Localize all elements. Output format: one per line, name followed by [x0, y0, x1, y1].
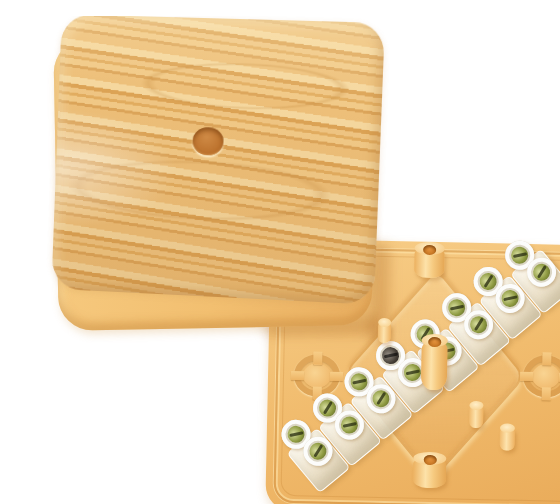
screw-boss-top [414, 248, 445, 279]
support-peg [499, 427, 514, 450]
knockout-rib [520, 371, 533, 380]
screw-boss-middle [421, 340, 448, 391]
terminal-screw [530, 260, 554, 284]
knockout-rib [541, 387, 550, 400]
screw-boss-bottom [413, 458, 447, 489]
terminal-screw [306, 439, 330, 463]
knockout-rib [542, 352, 551, 365]
terminal-screw [369, 387, 393, 411]
terminal-screw [337, 413, 361, 437]
support-peg [469, 405, 483, 428]
lid-group [48, 16, 384, 340]
boss-hole [423, 245, 436, 255]
boss-hole [423, 455, 436, 465]
terminal-screw [467, 313, 491, 337]
peg-cap [500, 423, 515, 432]
knockout-rib [313, 351, 322, 364]
junction-box-photo [40, 16, 560, 504]
lid-screw-hole [192, 127, 224, 156]
terminal-screw [498, 286, 522, 310]
knockout-rib [291, 371, 304, 380]
boss-body [421, 340, 448, 391]
knockout-center [532, 364, 560, 389]
peg-cap [469, 401, 483, 410]
knockout-right [523, 355, 560, 398]
boss-hole [428, 337, 441, 347]
lid-wood-face [51, 16, 385, 305]
